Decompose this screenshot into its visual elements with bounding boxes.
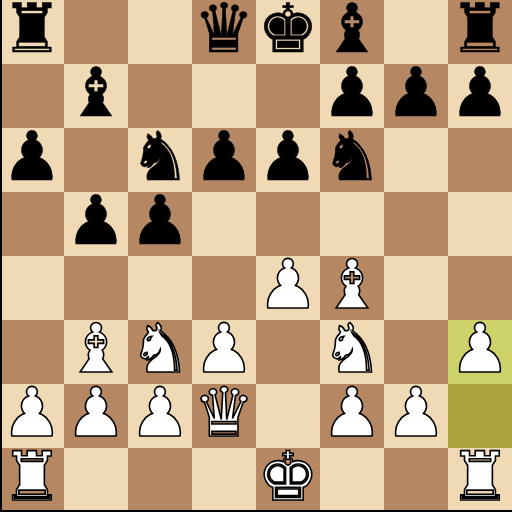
piece-black-pawn[interactable]: ♟ [258, 125, 319, 189]
square-b1[interactable] [64, 448, 128, 512]
piece-black-pawn[interactable]: ♟ [450, 61, 511, 125]
piece-white-knight[interactable]: ♞ [322, 317, 383, 381]
square-b7[interactable]: ♝ [64, 64, 128, 128]
square-g4[interactable] [384, 256, 448, 320]
piece-black-king[interactable]: ♚ [258, 0, 319, 61]
square-c1[interactable] [128, 448, 192, 512]
square-e1[interactable]: ♚ [256, 448, 320, 512]
piece-white-pawn[interactable]: ♟ [130, 381, 191, 445]
piece-black-bishop[interactable]: ♝ [322, 0, 383, 61]
piece-white-rook[interactable]: ♜ [450, 445, 511, 509]
square-e8[interactable]: ♚ [256, 0, 320, 64]
square-b2[interactable]: ♟ [64, 384, 128, 448]
piece-white-pawn[interactable]: ♟ [2, 381, 63, 445]
piece-black-pawn[interactable]: ♟ [66, 189, 127, 253]
square-h7[interactable]: ♟ [448, 64, 512, 128]
piece-white-pawn[interactable]: ♟ [386, 381, 447, 445]
square-c2[interactable]: ♟ [128, 384, 192, 448]
piece-white-pawn[interactable]: ♟ [450, 317, 511, 381]
square-d6[interactable]: ♟ [192, 128, 256, 192]
square-f6[interactable]: ♞ [320, 128, 384, 192]
square-g5[interactable] [384, 192, 448, 256]
piece-white-bishop[interactable]: ♝ [322, 253, 383, 317]
square-d1[interactable] [192, 448, 256, 512]
piece-black-knight[interactable]: ♞ [322, 125, 383, 189]
square-d5[interactable] [192, 192, 256, 256]
square-c8[interactable] [128, 0, 192, 64]
piece-white-rook[interactable]: ♜ [2, 445, 63, 509]
square-a1[interactable]: ♜ [0, 448, 64, 512]
square-b5[interactable]: ♟ [64, 192, 128, 256]
square-e6[interactable]: ♟ [256, 128, 320, 192]
piece-white-pawn[interactable]: ♟ [194, 317, 255, 381]
square-a5[interactable] [0, 192, 64, 256]
square-f1[interactable] [320, 448, 384, 512]
piece-black-pawn[interactable]: ♟ [322, 61, 383, 125]
square-d8[interactable]: ♛ [192, 0, 256, 64]
piece-white-knight[interactable]: ♞ [130, 317, 191, 381]
piece-white-king[interactable]: ♚ [258, 445, 319, 509]
square-a6[interactable]: ♟ [0, 128, 64, 192]
square-g2[interactable]: ♟ [384, 384, 448, 448]
square-h3[interactable]: ♟ [448, 320, 512, 384]
square-a4[interactable] [0, 256, 64, 320]
board-wrap: ♜♛♚♝♜♝♟♟♟♟♞♟♟♞♟♟♟♝♝♞♟♞♟♟♟♟♛♟♟♜♚♜ [0, 0, 512, 512]
square-e4[interactable]: ♟ [256, 256, 320, 320]
square-g1[interactable] [384, 448, 448, 512]
square-h1[interactable]: ♜ [448, 448, 512, 512]
piece-black-pawn[interactable]: ♟ [194, 125, 255, 189]
square-e3[interactable] [256, 320, 320, 384]
square-g6[interactable] [384, 128, 448, 192]
square-g7[interactable]: ♟ [384, 64, 448, 128]
window-edge-left [0, 0, 2, 512]
piece-black-pawn[interactable]: ♟ [130, 189, 191, 253]
piece-black-rook[interactable]: ♜ [2, 0, 63, 61]
piece-white-bishop[interactable]: ♝ [66, 317, 127, 381]
piece-black-pawn[interactable]: ♟ [386, 61, 447, 125]
square-c5[interactable]: ♟ [128, 192, 192, 256]
piece-white-pawn[interactable]: ♟ [258, 253, 319, 317]
piece-black-knight[interactable]: ♞ [130, 125, 191, 189]
piece-black-pawn[interactable]: ♟ [2, 125, 63, 189]
piece-white-pawn[interactable]: ♟ [66, 381, 127, 445]
square-f2[interactable]: ♟ [320, 384, 384, 448]
piece-white-queen[interactable]: ♛ [194, 381, 255, 445]
piece-black-bishop[interactable]: ♝ [66, 61, 127, 125]
piece-black-rook[interactable]: ♜ [450, 0, 511, 61]
piece-white-pawn[interactable]: ♟ [322, 381, 383, 445]
square-h5[interactable] [448, 192, 512, 256]
square-a8[interactable]: ♜ [0, 0, 64, 64]
piece-black-queen[interactable]: ♛ [194, 0, 255, 61]
chess-board: ♜♛♚♝♜♝♟♟♟♟♞♟♟♞♟♟♟♝♝♞♟♞♟♟♟♟♛♟♟♜♚♜ [0, 0, 512, 512]
square-d2[interactable]: ♛ [192, 384, 256, 448]
square-h6[interactable] [448, 128, 512, 192]
